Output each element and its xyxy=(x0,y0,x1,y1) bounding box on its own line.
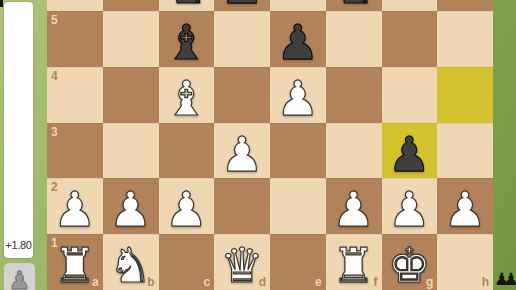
square-f5[interactable] xyxy=(326,11,382,67)
square-a1[interactable]: 1a♜ xyxy=(47,234,103,290)
evaluation-value: +1.80 xyxy=(4,239,33,251)
square-h2[interactable]: ♟ xyxy=(437,178,493,234)
rank-label-3: 3 xyxy=(51,126,58,138)
piece-white-king[interactable]: ♚ xyxy=(388,241,431,289)
piece-white-pawn[interactable]: ♟ xyxy=(109,185,152,233)
square-a3[interactable]: 3 xyxy=(47,123,103,179)
square-f2[interactable]: ♟ xyxy=(326,178,382,234)
square-c3[interactable] xyxy=(159,123,215,179)
captured-piece-tray-left: ♟ xyxy=(4,263,35,290)
square-h4[interactable] xyxy=(437,67,493,123)
square-b1[interactable]: b♞ xyxy=(103,234,159,290)
square-f4[interactable] xyxy=(326,67,382,123)
piece-white-pawn[interactable]: ♟ xyxy=(276,74,319,122)
piece-white-pawn[interactable]: ♟ xyxy=(444,185,487,233)
piece-white-pawn[interactable]: ♟ xyxy=(53,185,96,233)
square-c4[interactable]: ♝ xyxy=(159,67,215,123)
square-e2[interactable] xyxy=(270,178,326,234)
piece-white-pawn[interactable]: ♟ xyxy=(388,185,431,233)
piece-white-bishop[interactable]: ♝ xyxy=(165,74,208,122)
square-e3[interactable] xyxy=(270,123,326,179)
app-screen: +1.80 ♟ ♞♟♞5♝♟4♝♟3♟♟2♟♟♟♟♟♟1a♜b♞cd♛ef♜g♚… xyxy=(0,0,516,290)
chess-board: ♞♟♞5♝♟4♝♟3♟♟2♟♟♟♟♟♟1a♜b♞cd♛ef♜g♚h xyxy=(47,0,493,290)
square-h1[interactable]: h xyxy=(437,234,493,290)
square-g2[interactable]: ♟ xyxy=(382,178,438,234)
square-c2[interactable]: ♟ xyxy=(159,178,215,234)
square-f1[interactable]: f♜ xyxy=(326,234,382,290)
eval-bar-black-cap xyxy=(0,0,3,7)
square-a2[interactable]: 2♟ xyxy=(47,178,103,234)
captured-white-pawn-icon: ♟ xyxy=(8,268,30,290)
square-f3[interactable] xyxy=(326,123,382,179)
square-h6[interactable] xyxy=(437,0,493,11)
square-a6[interactable] xyxy=(47,0,103,11)
piece-white-knight[interactable]: ♞ xyxy=(109,241,152,289)
square-c1[interactable]: c xyxy=(159,234,215,290)
piece-black-knight[interactable]: ♞ xyxy=(165,0,208,10)
piece-white-pawn[interactable]: ♟ xyxy=(332,185,375,233)
piece-black-knight[interactable]: ♞ xyxy=(332,0,375,10)
square-a4[interactable]: 4 xyxy=(47,67,103,123)
square-d6[interactable]: ♟ xyxy=(214,0,270,11)
square-g4[interactable] xyxy=(382,67,438,123)
square-b6[interactable] xyxy=(103,0,159,11)
file-label-e: e xyxy=(315,276,322,288)
square-e5[interactable]: ♟ xyxy=(270,11,326,67)
piece-white-pawn[interactable]: ♟ xyxy=(221,130,264,178)
piece-black-pawn[interactable]: ♟ xyxy=(388,130,431,178)
piece-black-pawn[interactable]: ♟ xyxy=(276,18,319,66)
square-h5[interactable] xyxy=(437,11,493,67)
square-f6[interactable]: ♞ xyxy=(326,0,382,11)
square-c5[interactable]: ♝ xyxy=(159,11,215,67)
square-g5[interactable] xyxy=(382,11,438,67)
captured-piece-tray-right: ♟♟ xyxy=(494,268,516,290)
square-e4[interactable]: ♟ xyxy=(270,67,326,123)
square-d2[interactable] xyxy=(214,178,270,234)
square-d4[interactable] xyxy=(214,67,270,123)
piece-white-rook[interactable]: ♜ xyxy=(332,241,375,289)
square-b5[interactable] xyxy=(103,11,159,67)
file-label-h: h xyxy=(482,276,489,288)
piece-black-bishop[interactable]: ♝ xyxy=(165,18,208,66)
square-b4[interactable] xyxy=(103,67,159,123)
square-d1[interactable]: d♛ xyxy=(214,234,270,290)
square-g1[interactable]: g♚ xyxy=(382,234,438,290)
square-a5[interactable]: 5 xyxy=(47,11,103,67)
file-label-c: c xyxy=(204,276,211,288)
square-b3[interactable] xyxy=(103,123,159,179)
square-d5[interactable] xyxy=(214,11,270,67)
piece-white-pawn[interactable]: ♟ xyxy=(165,185,208,233)
piece-white-rook[interactable]: ♜ xyxy=(53,241,96,289)
rank-label-4: 4 xyxy=(51,70,58,82)
rank-label-5: 5 xyxy=(51,14,58,26)
evaluation-bar: +1.80 xyxy=(4,2,33,258)
square-e6[interactable] xyxy=(270,0,326,11)
square-g6[interactable] xyxy=(382,0,438,11)
piece-black-pawn[interactable]: ♟ xyxy=(221,0,264,10)
square-e1[interactable]: e xyxy=(270,234,326,290)
square-h3[interactable] xyxy=(437,123,493,179)
square-c6[interactable]: ♞ xyxy=(159,0,215,11)
square-g3[interactable]: ♟ xyxy=(382,123,438,179)
square-b2[interactable]: ♟ xyxy=(103,178,159,234)
square-d3[interactable]: ♟ xyxy=(214,123,270,179)
piece-white-queen[interactable]: ♛ xyxy=(221,241,264,289)
